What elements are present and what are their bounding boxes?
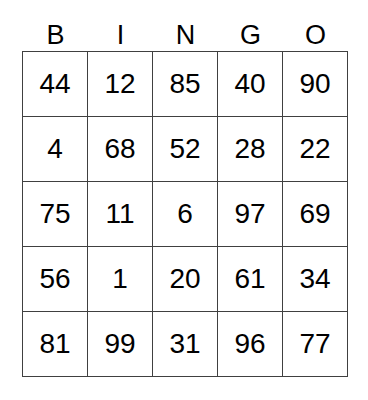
cell-r5-n[interactable]: 31 xyxy=(153,312,218,377)
cell-r5-i[interactable]: 99 xyxy=(88,312,153,377)
cell-r3-n[interactable]: 6 xyxy=(153,182,218,247)
cell-r5-b[interactable]: 81 xyxy=(23,312,88,377)
cell-r2-g[interactable]: 28 xyxy=(218,117,283,182)
cell-r1-i[interactable]: 12 xyxy=(88,52,153,117)
cell-r3-g[interactable]: 97 xyxy=(218,182,283,247)
cell-r4-b[interactable]: 56 xyxy=(23,247,88,312)
cell-r3-i[interactable]: 11 xyxy=(88,182,153,247)
cell-r5-o[interactable]: 77 xyxy=(283,312,348,377)
cell-r1-n[interactable]: 85 xyxy=(153,52,218,117)
cell-r2-i[interactable]: 68 xyxy=(88,117,153,182)
header-letter-i: I xyxy=(88,20,153,51)
header-letter-g: G xyxy=(218,20,283,51)
cell-r1-b[interactable]: 44 xyxy=(23,52,88,117)
header-letter-o: O xyxy=(283,20,348,51)
cell-r4-n[interactable]: 20 xyxy=(153,247,218,312)
cell-r5-g[interactable]: 96 xyxy=(218,312,283,377)
bingo-card: B I N G O 44 12 85 40 90 4 68 52 28 22 7… xyxy=(22,20,348,377)
cell-r2-o[interactable]: 22 xyxy=(283,117,348,182)
bingo-header-row: B I N G O xyxy=(23,20,348,51)
bingo-page: B I N G O 44 12 85 40 90 4 68 52 28 22 7… xyxy=(0,0,368,400)
header-letter-b: B xyxy=(23,20,88,51)
cell-r4-o[interactable]: 34 xyxy=(283,247,348,312)
cell-r2-n[interactable]: 52 xyxy=(153,117,218,182)
cell-r4-g[interactable]: 61 xyxy=(218,247,283,312)
header-letter-n: N xyxy=(153,20,218,51)
cell-r3-b[interactable]: 75 xyxy=(23,182,88,247)
cell-r1-o[interactable]: 90 xyxy=(283,52,348,117)
cell-r2-b[interactable]: 4 xyxy=(23,117,88,182)
cell-r1-g[interactable]: 40 xyxy=(218,52,283,117)
cell-r3-o[interactable]: 69 xyxy=(283,182,348,247)
bingo-grid: 44 12 85 40 90 4 68 52 28 22 75 11 6 97 … xyxy=(22,51,348,377)
cell-r4-i[interactable]: 1 xyxy=(88,247,153,312)
